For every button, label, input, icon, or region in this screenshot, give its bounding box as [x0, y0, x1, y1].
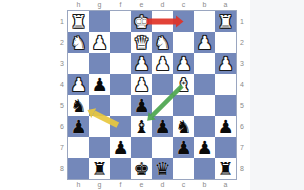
square-f3[interactable] — [110, 53, 131, 74]
files-top-f: f — [110, 0, 131, 9]
files-top-e: e — [131, 0, 152, 9]
square-b4[interactable] — [194, 74, 215, 95]
black-king-e8[interactable]: ♚ — [133, 158, 149, 179]
square-h4[interactable]: ♟ — [68, 74, 89, 95]
square-g4[interactable]: ♟ — [89, 74, 110, 95]
black-bishop-e6[interactable]: ♝ — [133, 116, 149, 137]
square-e8[interactable]: ♚ — [131, 158, 152, 179]
white-king-e1[interactable]: ♚ — [133, 11, 149, 32]
square-c7[interactable]: ♟ — [173, 137, 194, 158]
white-pawn-e4[interactable]: ♟ — [133, 74, 149, 95]
square-e2[interactable]: ♛ — [131, 32, 152, 53]
files-top-b: b — [194, 0, 215, 9]
white-pawn-h4[interactable]: ♟ — [70, 74, 86, 95]
files-top-d: d — [152, 0, 173, 9]
square-e4[interactable]: ♟ — [131, 74, 152, 95]
rank-labels-right: 12345678 — [238, 11, 248, 179]
square-g7[interactable] — [89, 137, 110, 158]
black-pawn-c7[interactable]: ♟ — [175, 137, 191, 158]
ranks-right-5: 5 — [238, 95, 248, 116]
square-d5[interactable] — [152, 95, 173, 116]
black-knight-c6[interactable]: ♞ — [175, 116, 191, 137]
square-c4[interactable]: ♝ — [173, 74, 194, 95]
ranks-right-2: 2 — [238, 32, 248, 53]
ranks-left-4: 4 — [54, 74, 64, 95]
ranks-right-6: 6 — [238, 116, 248, 137]
square-f5[interactable] — [110, 95, 131, 116]
square-c6[interactable]: ♞ — [173, 116, 194, 137]
ranks-left-6: 6 — [54, 116, 64, 137]
square-h5[interactable]: ♞ — [68, 95, 89, 116]
files-top-h: h — [68, 0, 89, 9]
files-top-g: g — [89, 0, 110, 9]
square-e7[interactable] — [131, 137, 152, 158]
white-queen-e2[interactable]: ♛ — [133, 32, 149, 53]
white-pawn-d3[interactable]: ♟ — [154, 53, 170, 74]
square-f2[interactable] — [110, 32, 131, 53]
chess-diagram-screen: hgfedcba 12345678 12345678 hgfedcba ♜♚♜♞… — [0, 0, 304, 190]
ranks-right-1: 1 — [238, 11, 248, 32]
white-rook-h1[interactable]: ♜ — [70, 11, 86, 32]
square-h6[interactable]: ♟ — [68, 116, 89, 137]
square-b3[interactable] — [194, 53, 215, 74]
black-pawn-h6[interactable]: ♟ — [70, 116, 86, 137]
square-a4[interactable] — [215, 74, 236, 95]
square-a2[interactable] — [215, 32, 236, 53]
files-bottom-b: b — [194, 180, 215, 189]
square-h3[interactable] — [68, 53, 89, 74]
square-d8[interactable]: ♛ — [152, 158, 173, 179]
square-b7[interactable]: ♟ — [194, 137, 215, 158]
ranks-left-7: 7 — [54, 137, 64, 158]
files-top-a: a — [215, 0, 236, 9]
white-rook-a1[interactable]: ♜ — [217, 11, 233, 32]
square-f4[interactable] — [110, 74, 131, 95]
ranks-left-2: 2 — [54, 32, 64, 53]
black-pawn-f7[interactable]: ♟ — [112, 137, 128, 158]
square-g3[interactable] — [89, 53, 110, 74]
ranks-right-3: 3 — [238, 53, 248, 74]
square-a8[interactable]: ♜ — [215, 158, 236, 179]
files-top-c: c — [173, 0, 194, 9]
square-g5[interactable] — [89, 95, 110, 116]
white-knight-d2[interactable]: ♞ — [154, 32, 170, 53]
black-pawn-b7[interactable]: ♟ — [196, 137, 212, 158]
square-e5[interactable]: ♟ — [131, 95, 152, 116]
square-b6[interactable] — [194, 116, 215, 137]
white-pawn-g2[interactable]: ♟ — [91, 32, 107, 53]
black-pawn-a6[interactable]: ♟ — [217, 116, 233, 137]
file-labels-top: hgfedcba — [68, 0, 236, 9]
black-knight-h5[interactable]: ♞ — [70, 95, 86, 116]
files-bottom-d: d — [152, 180, 173, 189]
ranks-right-7: 7 — [238, 137, 248, 158]
ranks-right-8: 8 — [238, 158, 248, 179]
square-e6[interactable]: ♝ — [131, 116, 152, 137]
square-a1[interactable]: ♜ — [215, 11, 236, 32]
square-f7[interactable]: ♟ — [110, 137, 131, 158]
square-b8[interactable] — [194, 158, 215, 179]
ranks-left-5: 5 — [54, 95, 64, 116]
square-g8[interactable]: ♜ — [89, 158, 110, 179]
square-b5[interactable] — [194, 95, 215, 116]
square-e1[interactable]: ♚ — [131, 11, 152, 32]
square-d7[interactable] — [152, 137, 173, 158]
files-bottom-h: h — [68, 180, 89, 189]
square-b2[interactable]: ♟ — [194, 32, 215, 53]
black-pawn-g4[interactable]: ♟ — [91, 74, 107, 95]
square-a3[interactable]: ♟ — [215, 53, 236, 74]
white-pawn-b2[interactable]: ♟ — [196, 32, 212, 53]
square-d2[interactable]: ♞ — [152, 32, 173, 53]
square-h7[interactable] — [68, 137, 89, 158]
square-h8[interactable] — [68, 158, 89, 179]
white-knight-h2[interactable]: ♞ — [70, 32, 86, 53]
square-g6[interactable] — [89, 116, 110, 137]
square-b1[interactable] — [194, 11, 215, 32]
ranks-left-3: 3 — [54, 53, 64, 74]
square-c8[interactable] — [173, 158, 194, 179]
square-a7[interactable] — [215, 137, 236, 158]
right-background-panel — [250, 0, 304, 190]
white-pawn-c3[interactable]: ♟ — [175, 53, 191, 74]
files-bottom-c: c — [173, 180, 194, 189]
square-g1[interactable] — [89, 11, 110, 32]
black-rook-g8[interactable]: ♜ — [91, 158, 107, 179]
chess-board[interactable]: ♜♚♜♞♟♛♞♟♟♟♟♟♟♟♟♝♞♟♟♝♟♞♟♟♟♟♜♚♛♜ — [67, 10, 237, 180]
square-f8[interactable] — [110, 158, 131, 179]
black-pawn-d6[interactable]: ♟ — [154, 116, 170, 137]
file-labels-bottom: hgfedcba — [68, 180, 236, 189]
files-bottom-g: g — [89, 180, 110, 189]
ranks-right-4: 4 — [238, 74, 248, 95]
square-f1[interactable] — [110, 11, 131, 32]
square-c3[interactable]: ♟ — [173, 53, 194, 74]
white-pawn-e3[interactable]: ♟ — [133, 53, 149, 74]
square-h2[interactable]: ♞ — [68, 32, 89, 53]
white-pawn-a3[interactable]: ♟ — [217, 53, 233, 74]
black-queen-d8[interactable]: ♛ — [154, 158, 170, 179]
black-rook-a8[interactable]: ♜ — [217, 158, 233, 179]
square-e3[interactable]: ♟ — [131, 53, 152, 74]
square-d1[interactable] — [152, 11, 173, 32]
square-h1[interactable]: ♜ — [68, 11, 89, 32]
square-f6[interactable] — [110, 116, 131, 137]
square-c5[interactable] — [173, 95, 194, 116]
black-pawn-e5[interactable]: ♟ — [133, 95, 149, 116]
rank-labels-left: 12345678 — [54, 11, 64, 179]
square-a5[interactable] — [215, 95, 236, 116]
square-a6[interactable]: ♟ — [215, 116, 236, 137]
white-bishop-c4[interactable]: ♝ — [175, 74, 191, 95]
files-bottom-f: f — [110, 180, 131, 189]
square-c2[interactable] — [173, 32, 194, 53]
files-bottom-a: a — [215, 180, 236, 189]
square-d3[interactable]: ♟ — [152, 53, 173, 74]
square-g2[interactable]: ♟ — [89, 32, 110, 53]
square-c1[interactable] — [173, 11, 194, 32]
square-d4[interactable] — [152, 74, 173, 95]
files-bottom-e: e — [131, 180, 152, 189]
ranks-left-1: 1 — [54, 11, 64, 32]
square-d6[interactable]: ♟ — [152, 116, 173, 137]
ranks-left-8: 8 — [54, 158, 64, 179]
